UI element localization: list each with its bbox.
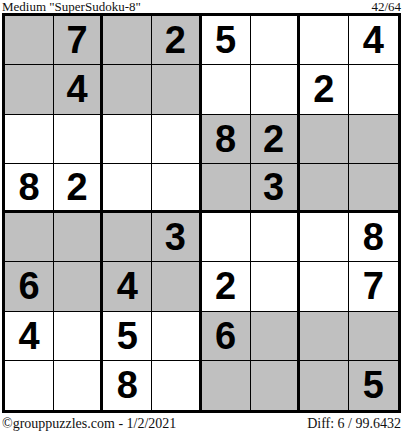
cell-r4c3[interactable] [103,164,152,213]
cell-r6c7[interactable] [300,262,349,311]
cell-r3c4[interactable] [152,115,201,164]
cell-r7c7[interactable] [300,312,349,361]
cell-r8c2[interactable] [54,361,103,410]
cell-r2c4[interactable] [152,65,201,114]
cell-r1c4: 2 [152,16,201,65]
cell-r3c1[interactable] [5,115,54,164]
cell-r4c2: 2 [54,164,103,213]
cell-r2c2: 4 [54,65,103,114]
cell-r7c3: 5 [103,312,152,361]
cell-r8c8: 5 [349,361,398,410]
cell-r6c8: 7 [349,262,398,311]
cell-r1c2: 7 [54,16,103,65]
cell-r7c1: 4 [5,312,54,361]
cell-r8c6[interactable] [251,361,300,410]
cell-r4c7[interactable] [300,164,349,213]
cell-r1c6[interactable] [251,16,300,65]
cell-r3c5: 8 [202,115,251,164]
cell-r2c8[interactable] [349,65,398,114]
cell-r1c7[interactable] [300,16,349,65]
cell-r3c3[interactable] [103,115,152,164]
page-title: Medium "SuperSudoku-8" [2,0,141,13]
cell-r6c2[interactable] [54,262,103,311]
cell-r5c3[interactable] [103,213,152,262]
cell-r7c5: 6 [202,312,251,361]
cell-r1c3[interactable] [103,16,152,65]
cell-r6c5: 2 [202,262,251,311]
cell-r3c6: 2 [251,115,300,164]
cell-r3c2[interactable] [54,115,103,164]
cell-r5c5[interactable] [202,213,251,262]
cell-r7c4[interactable] [152,312,201,361]
cell-r5c1[interactable] [5,213,54,262]
cell-r7c6[interactable] [251,312,300,361]
cell-r2c3[interactable] [103,65,152,114]
cell-r2c7: 2 [300,65,349,114]
cell-r7c2[interactable] [54,312,103,361]
cell-r6c4[interactable] [152,262,201,311]
cell-r8c3: 8 [103,361,152,410]
puzzle-page: Medium "SuperSudoku-8" 42/64 72544282823… [0,0,403,437]
cell-r5c2[interactable] [54,213,103,262]
cell-r2c6[interactable] [251,65,300,114]
sudoku-board: 7254428282338642745685 [2,13,401,413]
cell-r4c1: 8 [5,164,54,213]
cell-r6c3: 4 [103,262,152,311]
cell-r6c1: 6 [5,262,54,311]
cell-r5c4: 3 [152,213,201,262]
cell-r8c1[interactable] [5,361,54,410]
cell-r3c8[interactable] [349,115,398,164]
cell-r8c7[interactable] [300,361,349,410]
cell-r8c5[interactable] [202,361,251,410]
cell-r5c8: 8 [349,213,398,262]
cell-r1c1[interactable] [5,16,54,65]
cell-r5c6[interactable] [251,213,300,262]
cell-r4c8[interactable] [349,164,398,213]
cell-r7c8[interactable] [349,312,398,361]
cell-r2c1[interactable] [5,65,54,114]
cell-r5c7[interactable] [300,213,349,262]
cell-r3c7[interactable] [300,115,349,164]
cell-r1c8: 4 [349,16,398,65]
cell-r8c4[interactable] [152,361,201,410]
credit-text: ©grouppuzzles.com - 1/2/2021 [2,416,176,432]
header: Medium "SuperSudoku-8" 42/64 [2,0,401,13]
cell-r2c5[interactable] [202,65,251,114]
cell-r4c4[interactable] [152,164,201,213]
footer: ©grouppuzzles.com - 1/2/2021 Diff: 6 / 9… [2,416,401,436]
difficulty-text: Diff: 6 / 99.6432 [307,416,401,432]
cell-r4c5[interactable] [202,164,251,213]
cell-r6c6[interactable] [251,262,300,311]
cell-r1c5: 5 [202,16,251,65]
cell-r4c6: 3 [251,164,300,213]
blank-counter: 42/64 [371,0,401,13]
